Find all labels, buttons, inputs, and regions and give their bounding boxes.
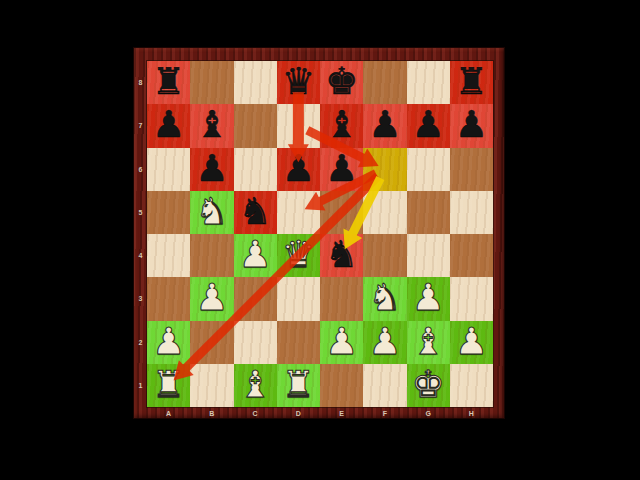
square-c4[interactable]: ♟: [234, 234, 277, 277]
square-a7[interactable]: ♟: [147, 104, 190, 147]
square-d2[interactable]: [277, 321, 320, 364]
rank-label-6: 6: [134, 148, 147, 191]
square-d7[interactable]: [277, 104, 320, 147]
square-b3[interactable]: ♟: [190, 277, 233, 320]
piece-black-pawn: ♟: [412, 106, 445, 143]
square-a5[interactable]: [147, 191, 190, 234]
piece-black-pawn: ♟: [455, 106, 488, 143]
file-label-C: C: [234, 406, 277, 420]
piece-white-knight: ♞: [195, 193, 228, 230]
square-g2[interactable]: ♝: [407, 321, 450, 364]
square-f1[interactable]: [363, 364, 406, 407]
square-f4[interactable]: [363, 234, 406, 277]
rank-label-4: 4: [134, 234, 147, 277]
square-h6[interactable]: [450, 148, 493, 191]
piece-white-queen: ♛: [282, 236, 315, 273]
square-g8[interactable]: [407, 61, 450, 104]
piece-white-pawn: ♟: [368, 323, 401, 360]
square-g1[interactable]: ♚: [407, 364, 450, 407]
square-e8[interactable]: ♚: [320, 61, 363, 104]
square-e3[interactable]: [320, 277, 363, 320]
piece-white-bishop: ♝: [239, 366, 272, 403]
square-c8[interactable]: [234, 61, 277, 104]
rank-labels: 87654321: [134, 61, 147, 407]
piece-white-pawn: ♟: [195, 279, 228, 316]
square-a1[interactable]: ♜: [147, 364, 190, 407]
chess-board: ♜♛♚♜♟♝♝♟♟♟♟♟♟♞♞♟♛♞♟♞♟♟♟♟♝♟♜♝♜♚: [147, 61, 493, 407]
square-e1[interactable]: [320, 364, 363, 407]
rank-label-5: 5: [134, 191, 147, 234]
square-b5[interactable]: ♞: [190, 191, 233, 234]
piece-black-bishop: ♝: [195, 106, 228, 143]
square-a6[interactable]: [147, 148, 190, 191]
square-b2[interactable]: [190, 321, 233, 364]
piece-white-rook: ♜: [282, 366, 315, 403]
piece-white-pawn: ♟: [455, 323, 488, 360]
square-d8[interactable]: ♛: [277, 61, 320, 104]
file-label-H: H: [450, 406, 493, 420]
piece-black-queen: ♛: [282, 63, 315, 100]
square-d6[interactable]: ♟: [277, 148, 320, 191]
square-f7[interactable]: ♟: [363, 104, 406, 147]
square-g5[interactable]: [407, 191, 450, 234]
square-a4[interactable]: [147, 234, 190, 277]
square-f6[interactable]: [363, 148, 406, 191]
square-c5[interactable]: ♞: [234, 191, 277, 234]
piece-black-pawn: ♟: [368, 106, 401, 143]
piece-black-pawn: ♟: [152, 106, 185, 143]
file-label-A: A: [147, 406, 190, 420]
piece-white-bishop: ♝: [412, 323, 445, 360]
square-f3[interactable]: ♞: [363, 277, 406, 320]
piece-black-rook: ♜: [152, 63, 185, 100]
square-e6[interactable]: ♟: [320, 148, 363, 191]
file-labels: ABCDEFGH: [147, 406, 493, 420]
rank-label-8: 8: [134, 61, 147, 104]
file-label-D: D: [277, 406, 320, 420]
square-b7[interactable]: ♝: [190, 104, 233, 147]
file-label-E: E: [320, 406, 363, 420]
square-a2[interactable]: ♟: [147, 321, 190, 364]
square-g7[interactable]: ♟: [407, 104, 450, 147]
square-h5[interactable]: [450, 191, 493, 234]
square-a3[interactable]: [147, 277, 190, 320]
square-e2[interactable]: ♟: [320, 321, 363, 364]
square-b6[interactable]: ♟: [190, 148, 233, 191]
square-h1[interactable]: [450, 364, 493, 407]
piece-white-knight: ♞: [368, 279, 401, 316]
piece-white-pawn: ♟: [239, 236, 272, 273]
square-g6[interactable]: [407, 148, 450, 191]
piece-white-pawn: ♟: [325, 323, 358, 360]
piece-black-rook: ♜: [455, 63, 488, 100]
piece-black-knight: ♞: [325, 236, 358, 273]
file-label-G: G: [407, 406, 450, 420]
square-c6[interactable]: [234, 148, 277, 191]
square-h8[interactable]: ♜: [450, 61, 493, 104]
square-e4[interactable]: ♞: [320, 234, 363, 277]
square-c7[interactable]: [234, 104, 277, 147]
rank-label-3: 3: [134, 277, 147, 320]
piece-white-pawn: ♟: [412, 279, 445, 316]
square-e7[interactable]: ♝: [320, 104, 363, 147]
square-g4[interactable]: [407, 234, 450, 277]
square-b8[interactable]: [190, 61, 233, 104]
square-d5[interactable]: [277, 191, 320, 234]
square-g3[interactable]: ♟: [407, 277, 450, 320]
piece-white-king: ♚: [412, 366, 445, 403]
square-h4[interactable]: [450, 234, 493, 277]
square-e5[interactable]: [320, 191, 363, 234]
square-f2[interactable]: ♟: [363, 321, 406, 364]
square-a8[interactable]: ♜: [147, 61, 190, 104]
video-frame: 87654321 ABCDEFGH ♜♛♚♜♟♝♝♟♟♟♟♟♟♞♞♟♛♞♟♞♟♟…: [0, 0, 640, 480]
piece-white-rook: ♜: [152, 366, 185, 403]
rank-label-2: 2: [134, 321, 147, 364]
square-c3[interactable]: [234, 277, 277, 320]
square-c1[interactable]: ♝: [234, 364, 277, 407]
square-d3[interactable]: [277, 277, 320, 320]
square-f5[interactable]: [363, 191, 406, 234]
piece-black-pawn: ♟: [325, 150, 358, 187]
square-h3[interactable]: [450, 277, 493, 320]
piece-black-pawn: ♟: [282, 150, 315, 187]
square-b4[interactable]: [190, 234, 233, 277]
square-h2[interactable]: ♟: [450, 321, 493, 364]
square-c2[interactable]: [234, 321, 277, 364]
chess-board-frame: 87654321 ABCDEFGH ♜♛♚♜♟♝♝♟♟♟♟♟♟♞♞♟♛♞♟♞♟♟…: [133, 47, 505, 419]
rank-label-1: 1: [134, 364, 147, 407]
piece-black-bishop: ♝: [325, 106, 358, 143]
square-f8[interactable]: [363, 61, 406, 104]
square-h7[interactable]: ♟: [450, 104, 493, 147]
file-label-F: F: [363, 406, 406, 420]
piece-black-pawn: ♟: [195, 150, 228, 187]
rank-label-7: 7: [134, 104, 147, 147]
piece-black-knight: ♞: [239, 193, 272, 230]
piece-white-pawn: ♟: [152, 323, 185, 360]
piece-black-king: ♚: [325, 63, 358, 100]
square-d4[interactable]: ♛: [277, 234, 320, 277]
file-label-B: B: [190, 406, 233, 420]
square-b1[interactable]: [190, 364, 233, 407]
square-d1[interactable]: ♜: [277, 364, 320, 407]
